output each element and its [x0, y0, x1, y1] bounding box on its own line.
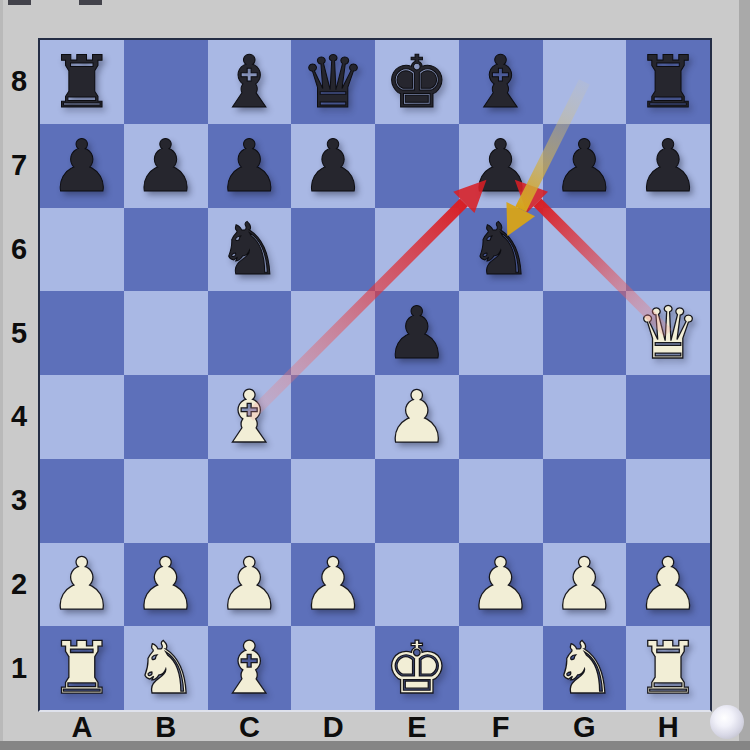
- piece-black-king: ♚: [385, 46, 450, 118]
- piece-white-knight: ♞: [133, 632, 198, 704]
- piece-black-pawn: ♟: [385, 297, 450, 369]
- square-c8[interactable]: ♝: [208, 40, 292, 124]
- rank-labels: 87654321: [0, 40, 38, 710]
- rank-label-2: 2: [0, 543, 38, 627]
- square-d6[interactable]: [291, 208, 375, 292]
- piece-black-pawn: ♟: [50, 130, 115, 202]
- square-g4[interactable]: [543, 375, 627, 459]
- piece-white-rook: ♜: [50, 632, 115, 704]
- file-label-B: B: [124, 711, 208, 744]
- square-d4[interactable]: [291, 375, 375, 459]
- square-g5[interactable]: [543, 291, 627, 375]
- rank-label-5: 5: [0, 291, 38, 375]
- file-label-H: H: [626, 711, 710, 744]
- square-b8[interactable]: [124, 40, 208, 124]
- square-h4[interactable]: [626, 375, 710, 459]
- square-f1[interactable]: [459, 626, 543, 710]
- square-e7[interactable]: [375, 124, 459, 208]
- square-d8[interactable]: ♛: [291, 40, 375, 124]
- piece-black-knight: ♞: [468, 213, 533, 285]
- side-to-move-indicator: [710, 705, 744, 739]
- square-a8[interactable]: ♜: [40, 40, 124, 124]
- square-b7[interactable]: ♟: [124, 124, 208, 208]
- piece-white-pawn: ♟: [133, 548, 198, 620]
- square-f2[interactable]: ♟: [459, 543, 543, 627]
- square-f8[interactable]: ♝: [459, 40, 543, 124]
- square-d3[interactable]: [291, 459, 375, 543]
- rank-label-6: 6: [0, 208, 38, 292]
- square-e3[interactable]: [375, 459, 459, 543]
- square-d7[interactable]: ♟: [291, 124, 375, 208]
- square-a2[interactable]: ♟: [40, 543, 124, 627]
- rank-label-1: 1: [0, 626, 38, 710]
- piece-white-king: ♚: [385, 632, 450, 704]
- rank-label-7: 7: [0, 124, 38, 208]
- piece-white-pawn: ♟: [468, 548, 533, 620]
- piece-white-pawn: ♟: [385, 381, 450, 453]
- file-label-D: D: [291, 711, 375, 744]
- square-e5[interactable]: ♟: [375, 291, 459, 375]
- piece-white-pawn: ♟: [217, 548, 282, 620]
- square-f7[interactable]: ♟: [459, 124, 543, 208]
- square-h8[interactable]: ♜: [626, 40, 710, 124]
- square-g8[interactable]: [543, 40, 627, 124]
- square-h7[interactable]: ♟: [626, 124, 710, 208]
- piece-white-knight: ♞: [552, 632, 617, 704]
- chess-board-frame: ♜♝♛♚♝♜♟♟♟♟♟♟♟♞♞♟♛♝♟♟♟♟♟♟♟♟♜♞♝♚♞♜: [38, 38, 712, 712]
- piece-white-queen: ♛: [636, 297, 701, 369]
- square-b2[interactable]: ♟: [124, 543, 208, 627]
- file-label-E: E: [375, 711, 459, 744]
- square-d5[interactable]: [291, 291, 375, 375]
- square-e4[interactable]: ♟: [375, 375, 459, 459]
- piece-black-rook: ♜: [50, 46, 115, 118]
- piece-black-bishop: ♝: [217, 46, 282, 118]
- file-label-G: G: [543, 711, 627, 744]
- square-h3[interactable]: [626, 459, 710, 543]
- square-c5[interactable]: [208, 291, 292, 375]
- square-c4[interactable]: ♝: [208, 375, 292, 459]
- square-b6[interactable]: [124, 208, 208, 292]
- piece-black-knight: ♞: [217, 213, 282, 285]
- piece-white-pawn: ♟: [50, 548, 115, 620]
- square-e6[interactable]: [375, 208, 459, 292]
- titlebar-fragment-icon: [79, 0, 102, 5]
- square-e1[interactable]: ♚: [375, 626, 459, 710]
- piece-black-queen: ♛: [301, 46, 366, 118]
- square-b3[interactable]: [124, 459, 208, 543]
- piece-white-bishop: ♝: [217, 381, 282, 453]
- file-label-C: C: [208, 711, 292, 744]
- square-a7[interactable]: ♟: [40, 124, 124, 208]
- titlebar-fragment-icon: [8, 0, 31, 5]
- piece-black-pawn: ♟: [468, 130, 533, 202]
- square-f3[interactable]: [459, 459, 543, 543]
- square-c1[interactable]: ♝: [208, 626, 292, 710]
- square-e8[interactable]: ♚: [375, 40, 459, 124]
- chess-board: ♜♝♛♚♝♜♟♟♟♟♟♟♟♞♞♟♛♝♟♟♟♟♟♟♟♟♜♞♝♚♞♜: [40, 40, 710, 710]
- square-d1[interactable]: [291, 626, 375, 710]
- piece-black-bishop: ♝: [468, 46, 533, 118]
- rank-label-8: 8: [0, 40, 38, 124]
- file-labels: ABCDEFGH: [40, 711, 710, 742]
- square-h6[interactable]: [626, 208, 710, 292]
- square-e2[interactable]: [375, 543, 459, 627]
- square-c6[interactable]: ♞: [208, 208, 292, 292]
- square-c7[interactable]: ♟: [208, 124, 292, 208]
- piece-black-pawn: ♟: [636, 130, 701, 202]
- square-a5[interactable]: [40, 291, 124, 375]
- square-a3[interactable]: [40, 459, 124, 543]
- square-g7[interactable]: ♟: [543, 124, 627, 208]
- square-f5[interactable]: [459, 291, 543, 375]
- piece-white-pawn: ♟: [301, 548, 366, 620]
- piece-black-pawn: ♟: [133, 130, 198, 202]
- rank-label-3: 3: [0, 459, 38, 543]
- square-a1[interactable]: ♜: [40, 626, 124, 710]
- square-f6[interactable]: ♞: [459, 208, 543, 292]
- square-h2[interactable]: ♟: [626, 543, 710, 627]
- chess-app-window: 87654321 ♜♝♛♚♝♜♟♟♟♟♟♟♟♞♞♟♛♝♟♟♟♟♟♟♟♟♜♞♝♚♞…: [0, 0, 750, 750]
- square-g1[interactable]: ♞: [543, 626, 627, 710]
- piece-black-pawn: ♟: [301, 130, 366, 202]
- piece-white-bishop: ♝: [217, 632, 282, 704]
- square-a4[interactable]: [40, 375, 124, 459]
- piece-black-pawn: ♟: [552, 130, 617, 202]
- square-c2[interactable]: ♟: [208, 543, 292, 627]
- piece-white-pawn: ♟: [552, 548, 617, 620]
- square-h5[interactable]: ♛: [626, 291, 710, 375]
- piece-black-pawn: ♟: [217, 130, 282, 202]
- file-label-A: A: [40, 711, 124, 744]
- square-b5[interactable]: [124, 291, 208, 375]
- square-b4[interactable]: [124, 375, 208, 459]
- square-b1[interactable]: ♞: [124, 626, 208, 710]
- piece-black-rook: ♜: [636, 46, 701, 118]
- square-g6[interactable]: [543, 208, 627, 292]
- square-f4[interactable]: [459, 375, 543, 459]
- square-c3[interactable]: [208, 459, 292, 543]
- rank-label-4: 4: [0, 375, 38, 459]
- square-h1[interactable]: ♜: [626, 626, 710, 710]
- piece-white-rook: ♜: [636, 632, 701, 704]
- square-g2[interactable]: ♟: [543, 543, 627, 627]
- file-label-F: F: [459, 711, 543, 744]
- frame-right-edge: [739, 0, 750, 750]
- square-d2[interactable]: ♟: [291, 543, 375, 627]
- square-g3[interactable]: [543, 459, 627, 543]
- square-a6[interactable]: [40, 208, 124, 292]
- piece-white-pawn: ♟: [636, 548, 701, 620]
